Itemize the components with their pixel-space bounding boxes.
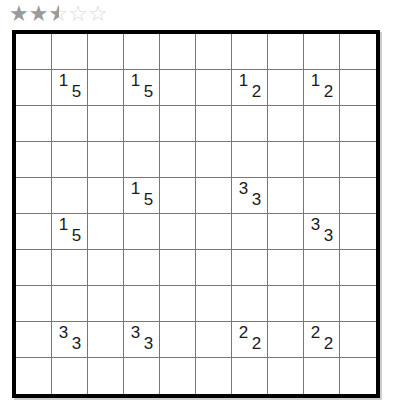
cell-r10c10[interactable] (340, 358, 376, 394)
cell-r6c2[interactable]: 15 (52, 214, 88, 250)
cell-r7c1[interactable] (16, 250, 52, 286)
cell-r5c3[interactable] (88, 178, 124, 214)
star-icon-empty: ☆ (88, 1, 108, 27)
cell-r1c9[interactable] (304, 34, 340, 70)
difficulty-rating: ★★☆★☆☆ (9, 1, 108, 27)
cell-r5c8[interactable] (268, 178, 304, 214)
cell-r8c9[interactable] (304, 286, 340, 322)
cell-r8c7[interactable] (232, 286, 268, 322)
clue-value-bottom-right: 2 (248, 83, 265, 100)
cell-r1c8[interactable] (268, 34, 304, 70)
cell-r9c8[interactable] (268, 322, 304, 358)
clue-value-bottom-right: 3 (320, 227, 337, 244)
cell-r4c4[interactable] (124, 142, 160, 178)
cell-r9c9[interactable]: 22 (304, 322, 340, 358)
cell-r6c7[interactable] (232, 214, 268, 250)
cell-r10c4[interactable] (124, 358, 160, 394)
cell-r8c5[interactable] (160, 286, 196, 322)
cell-r4c9[interactable] (304, 142, 340, 178)
cell-r7c9[interactable] (304, 250, 340, 286)
cell-r8c3[interactable] (88, 286, 124, 322)
cell-r6c3[interactable] (88, 214, 124, 250)
cell-r10c2[interactable] (52, 358, 88, 394)
cell-r2c2[interactable]: 15 (52, 70, 88, 106)
cell-r5c4[interactable]: 15 (124, 178, 160, 214)
cell-r10c6[interactable] (196, 358, 232, 394)
cell-r7c8[interactable] (268, 250, 304, 286)
cell-r7c7[interactable] (232, 250, 268, 286)
cell-r9c7[interactable]: 22 (232, 322, 268, 358)
cell-r9c4[interactable]: 33 (124, 322, 160, 358)
cell-r2c5[interactable] (160, 70, 196, 106)
cell-r5c10[interactable] (340, 178, 376, 214)
star-icon-half: ☆★ (48, 1, 68, 27)
clue-value-bottom-right: 5 (68, 83, 85, 100)
cell-r4c1[interactable] (16, 142, 52, 178)
cell-r9c1[interactable] (16, 322, 52, 358)
cell-r8c10[interactable] (340, 286, 376, 322)
cell-r8c2[interactable] (52, 286, 88, 322)
cell-r2c4[interactable]: 15 (124, 70, 160, 106)
cell-r5c7[interactable]: 33 (232, 178, 268, 214)
cell-r1c10[interactable] (340, 34, 376, 70)
cell-r3c5[interactable] (160, 106, 196, 142)
clue-value-bottom-right: 2 (320, 335, 337, 352)
cell-r10c8[interactable] (268, 358, 304, 394)
cell-r10c3[interactable] (88, 358, 124, 394)
clue-value-bottom-right: 5 (140, 83, 157, 100)
cell-r4c7[interactable] (232, 142, 268, 178)
cell-r3c3[interactable] (88, 106, 124, 142)
clue-value-bottom-right: 2 (248, 335, 265, 352)
cell-r7c10[interactable] (340, 250, 376, 286)
cell-r7c5[interactable] (160, 250, 196, 286)
cell-r9c10[interactable] (340, 322, 376, 358)
cell-r8c8[interactable] (268, 286, 304, 322)
cell-r3c9[interactable] (304, 106, 340, 142)
cell-r7c3[interactable] (88, 250, 124, 286)
clue-value-bottom-right: 3 (68, 335, 85, 352)
star-icon-full: ★ (29, 1, 49, 27)
cell-r10c7[interactable] (232, 358, 268, 394)
cell-r4c10[interactable] (340, 142, 376, 178)
cell-r5c6[interactable] (196, 178, 232, 214)
cell-r1c4[interactable] (124, 34, 160, 70)
cell-r6c4[interactable] (124, 214, 160, 250)
cell-r6c1[interactable] (16, 214, 52, 250)
cell-r8c6[interactable] (196, 286, 232, 322)
cell-r9c3[interactable] (88, 322, 124, 358)
cell-r7c6[interactable] (196, 250, 232, 286)
cell-r4c5[interactable] (160, 142, 196, 178)
cell-r7c2[interactable] (52, 250, 88, 286)
cell-r8c4[interactable] (124, 286, 160, 322)
cell-r2c1[interactable] (16, 70, 52, 106)
cell-r2c3[interactable] (88, 70, 124, 106)
clue-value-bottom-right: 3 (140, 335, 157, 352)
cell-r5c2[interactable] (52, 178, 88, 214)
cell-r6c6[interactable] (196, 214, 232, 250)
cell-r6c10[interactable] (340, 214, 376, 250)
cell-r1c3[interactable] (88, 34, 124, 70)
cell-r1c5[interactable] (160, 34, 196, 70)
clue-value-bottom-right: 3 (248, 191, 265, 208)
cell-r1c1[interactable] (16, 34, 52, 70)
cell-r10c9[interactable] (304, 358, 340, 394)
cell-r3c4[interactable] (124, 106, 160, 142)
puzzle-page: ★★☆★☆☆ 151512121533153333332222 (0, 0, 398, 415)
cell-r2c8[interactable] (268, 70, 304, 106)
cell-r9c5[interactable] (160, 322, 196, 358)
puzzle-grid: 151512121533153333332222 (12, 30, 380, 398)
cell-r7c4[interactable] (124, 250, 160, 286)
cell-r4c8[interactable] (268, 142, 304, 178)
star-icon-full: ★ (9, 1, 29, 27)
cell-r10c1[interactable] (16, 358, 52, 394)
cell-r4c3[interactable] (88, 142, 124, 178)
cell-r3c2[interactable] (52, 106, 88, 142)
star-icon-empty: ☆ (68, 1, 88, 27)
cell-r2c6[interactable] (196, 70, 232, 106)
cell-r5c9[interactable] (304, 178, 340, 214)
cell-r2c9[interactable]: 12 (304, 70, 340, 106)
cell-r5c5[interactable] (160, 178, 196, 214)
cell-r2c10[interactable] (340, 70, 376, 106)
cell-r4c2[interactable] (52, 142, 88, 178)
cell-r10c5[interactable] (160, 358, 196, 394)
cell-r3c7[interactable] (232, 106, 268, 142)
cell-r9c2[interactable]: 33 (52, 322, 88, 358)
cell-r1c2[interactable] (52, 34, 88, 70)
cell-r3c6[interactable] (196, 106, 232, 142)
cell-r2c7[interactable]: 12 (232, 70, 268, 106)
cell-r5c1[interactable] (16, 178, 52, 214)
cell-r1c6[interactable] (196, 34, 232, 70)
cell-r1c7[interactable] (232, 34, 268, 70)
clue-value-bottom-right: 5 (140, 191, 157, 208)
cell-r8c1[interactable] (16, 286, 52, 322)
cell-r6c9[interactable]: 33 (304, 214, 340, 250)
cell-r9c6[interactable] (196, 322, 232, 358)
cell-r3c8[interactable] (268, 106, 304, 142)
cell-r6c8[interactable] (268, 214, 304, 250)
cell-r6c5[interactable] (160, 214, 196, 250)
cell-r4c6[interactable] (196, 142, 232, 178)
clue-value-bottom-right: 5 (68, 227, 85, 244)
clue-value-bottom-right: 2 (320, 83, 337, 100)
cell-r3c1[interactable] (16, 106, 52, 142)
cell-r3c10[interactable] (340, 106, 376, 142)
